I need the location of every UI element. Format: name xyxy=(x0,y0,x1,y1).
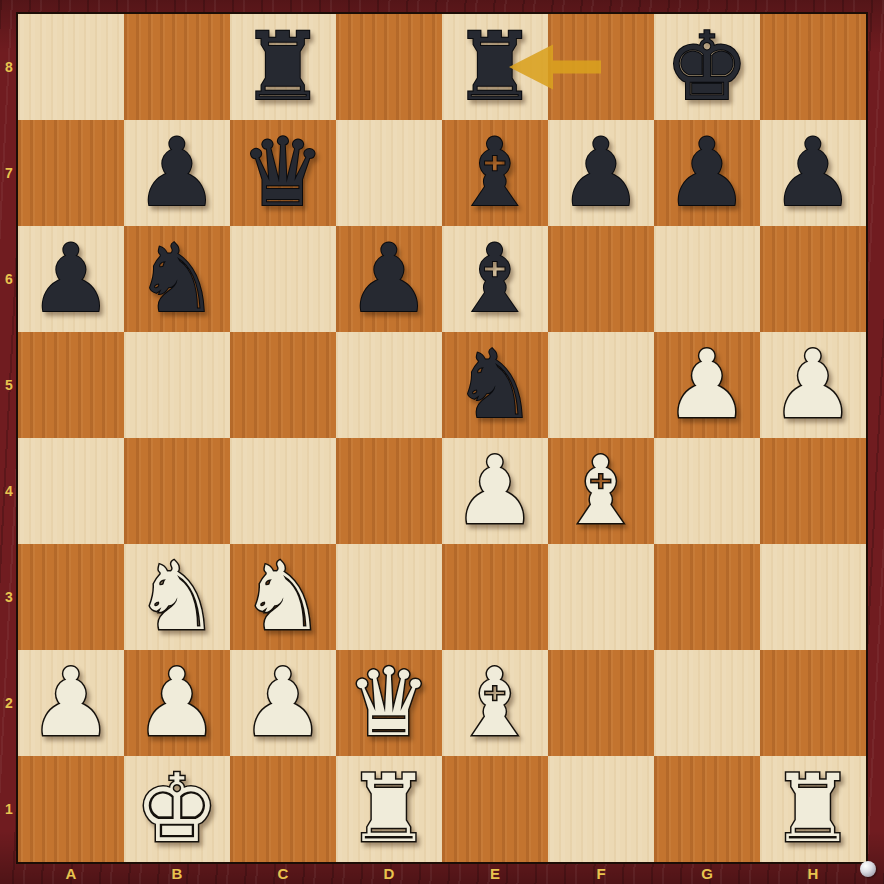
square-e8[interactable]: ♜ xyxy=(442,14,548,120)
rank-labels: 87654321 xyxy=(0,14,18,862)
square-d6[interactable]: ♟ xyxy=(336,226,442,332)
piece-white-queen-d2[interactable]: ♛ xyxy=(347,656,431,750)
square-a6[interactable]: ♟ xyxy=(18,226,124,332)
square-g2[interactable] xyxy=(654,650,760,756)
piece-white-bishop-f4[interactable]: ♝ xyxy=(559,444,643,538)
square-h5[interactable]: ♟ xyxy=(760,332,866,438)
file-label-e: E xyxy=(442,862,548,884)
file-label-f: F xyxy=(548,862,654,884)
piece-white-bishop-e2[interactable]: ♝ xyxy=(453,656,537,750)
square-g7[interactable]: ♟ xyxy=(654,120,760,226)
square-c6[interactable] xyxy=(230,226,336,332)
square-g6[interactable] xyxy=(654,226,760,332)
square-h2[interactable] xyxy=(760,650,866,756)
square-a2[interactable]: ♟ xyxy=(18,650,124,756)
square-h1[interactable]: ♜ xyxy=(760,756,866,862)
piece-black-pawn-f7[interactable]: ♟ xyxy=(559,126,643,220)
square-d7[interactable] xyxy=(336,120,442,226)
piece-black-knight-b6[interactable]: ♞ xyxy=(135,232,219,326)
square-e4[interactable]: ♟ xyxy=(442,438,548,544)
piece-black-king-g8[interactable]: ♚ xyxy=(665,20,749,114)
square-g8[interactable]: ♚ xyxy=(654,14,760,120)
rank-label-5: 5 xyxy=(0,332,18,438)
square-h3[interactable] xyxy=(760,544,866,650)
square-g5[interactable]: ♟ xyxy=(654,332,760,438)
rank-label-1: 1 xyxy=(0,756,18,862)
piece-black-pawn-d6[interactable]: ♟ xyxy=(347,232,431,326)
square-f6[interactable] xyxy=(548,226,654,332)
square-c3[interactable]: ♞ xyxy=(230,544,336,650)
file-label-d: D xyxy=(336,862,442,884)
rank-label-2: 2 xyxy=(0,650,18,756)
piece-black-bishop-e6[interactable]: ♝ xyxy=(453,232,537,326)
rank-label-8: 8 xyxy=(0,14,18,120)
square-e7[interactable]: ♝ xyxy=(442,120,548,226)
square-h6[interactable] xyxy=(760,226,866,332)
piece-white-pawn-c2[interactable]: ♟ xyxy=(241,656,325,750)
file-label-c: C xyxy=(230,862,336,884)
square-c2[interactable]: ♟ xyxy=(230,650,336,756)
square-f7[interactable]: ♟ xyxy=(548,120,654,226)
piece-black-pawn-b7[interactable]: ♟ xyxy=(135,126,219,220)
square-h4[interactable] xyxy=(760,438,866,544)
piece-black-bishop-e7[interactable]: ♝ xyxy=(453,126,537,220)
piece-white-rook-h1[interactable]: ♜ xyxy=(771,762,855,856)
square-b3[interactable]: ♞ xyxy=(124,544,230,650)
square-f1[interactable] xyxy=(548,756,654,862)
square-f5[interactable] xyxy=(548,332,654,438)
square-c7[interactable]: ♛ xyxy=(230,120,336,226)
piece-white-pawn-e4[interactable]: ♟ xyxy=(453,444,537,538)
piece-white-knight-b3[interactable]: ♞ xyxy=(135,550,219,644)
file-labels: ABCDEFGH xyxy=(18,862,866,884)
file-label-g: G xyxy=(654,862,760,884)
square-f3[interactable] xyxy=(548,544,654,650)
piece-white-pawn-h5[interactable]: ♟ xyxy=(771,338,855,432)
square-b7[interactable]: ♟ xyxy=(124,120,230,226)
square-b5[interactable] xyxy=(124,332,230,438)
square-b8[interactable] xyxy=(124,14,230,120)
square-a1[interactable] xyxy=(18,756,124,862)
rank-label-7: 7 xyxy=(0,120,18,226)
square-b1[interactable]: ♚ xyxy=(124,756,230,862)
rank-label-3: 3 xyxy=(0,544,18,650)
board-frame: 87654321 ♜♜♚♟♛♝♟♟♟♟♞♟♝♞♟♟♟♝♞♞♟♟♟♛♝♚♜♜ AB… xyxy=(0,0,884,884)
square-g1[interactable] xyxy=(654,756,760,862)
square-c8[interactable]: ♜ xyxy=(230,14,336,120)
piece-white-knight-c3[interactable]: ♞ xyxy=(241,550,325,644)
square-c4[interactable] xyxy=(230,438,336,544)
piece-white-pawn-a2[interactable]: ♟ xyxy=(29,656,113,750)
square-b2[interactable]: ♟ xyxy=(124,650,230,756)
square-a5[interactable] xyxy=(18,332,124,438)
square-e2[interactable]: ♝ xyxy=(442,650,548,756)
piece-black-pawn-a6[interactable]: ♟ xyxy=(29,232,113,326)
square-f2[interactable] xyxy=(548,650,654,756)
square-g3[interactable] xyxy=(654,544,760,650)
square-d8[interactable] xyxy=(336,14,442,120)
square-a3[interactable] xyxy=(18,544,124,650)
rank-label-4: 4 xyxy=(0,438,18,544)
piece-black-rook-e8[interactable]: ♜ xyxy=(453,20,537,114)
square-d1[interactable]: ♜ xyxy=(336,756,442,862)
square-a4[interactable] xyxy=(18,438,124,544)
white-to-move-indicator xyxy=(860,861,876,877)
piece-black-queen-c7[interactable]: ♛ xyxy=(241,126,325,220)
square-d5[interactable] xyxy=(336,332,442,438)
board: ♜♜♚♟♛♝♟♟♟♟♞♟♝♞♟♟♟♝♞♞♟♟♟♛♝♚♜♜ xyxy=(18,14,866,862)
piece-black-knight-e5[interactable]: ♞ xyxy=(453,338,537,432)
piece-black-rook-c8[interactable]: ♜ xyxy=(241,20,325,114)
square-b6[interactable]: ♞ xyxy=(124,226,230,332)
square-f4[interactable]: ♝ xyxy=(548,438,654,544)
square-b4[interactable] xyxy=(124,438,230,544)
square-d2[interactable]: ♛ xyxy=(336,650,442,756)
square-a7[interactable] xyxy=(18,120,124,226)
square-e1[interactable] xyxy=(442,756,548,862)
rank-label-6: 6 xyxy=(0,226,18,332)
square-h8[interactable] xyxy=(760,14,866,120)
square-e6[interactable]: ♝ xyxy=(442,226,548,332)
square-c5[interactable] xyxy=(230,332,336,438)
file-label-b: B xyxy=(124,862,230,884)
piece-white-rook-d1[interactable]: ♜ xyxy=(347,762,431,856)
square-e5[interactable]: ♞ xyxy=(442,332,548,438)
square-d4[interactable] xyxy=(336,438,442,544)
piece-white-king-b1[interactable]: ♚ xyxy=(135,762,219,856)
file-label-h: H xyxy=(760,862,866,884)
piece-black-pawn-h7[interactable]: ♟ xyxy=(771,126,855,220)
piece-white-pawn-b2[interactable]: ♟ xyxy=(135,656,219,750)
square-f8[interactable] xyxy=(548,14,654,120)
square-h7[interactable]: ♟ xyxy=(760,120,866,226)
piece-white-pawn-g5[interactable]: ♟ xyxy=(665,338,749,432)
square-e3[interactable] xyxy=(442,544,548,650)
square-c1[interactable] xyxy=(230,756,336,862)
square-a8[interactable] xyxy=(18,14,124,120)
square-g4[interactable] xyxy=(654,438,760,544)
file-label-a: A xyxy=(18,862,124,884)
square-d3[interactable] xyxy=(336,544,442,650)
piece-black-pawn-g7[interactable]: ♟ xyxy=(665,126,749,220)
